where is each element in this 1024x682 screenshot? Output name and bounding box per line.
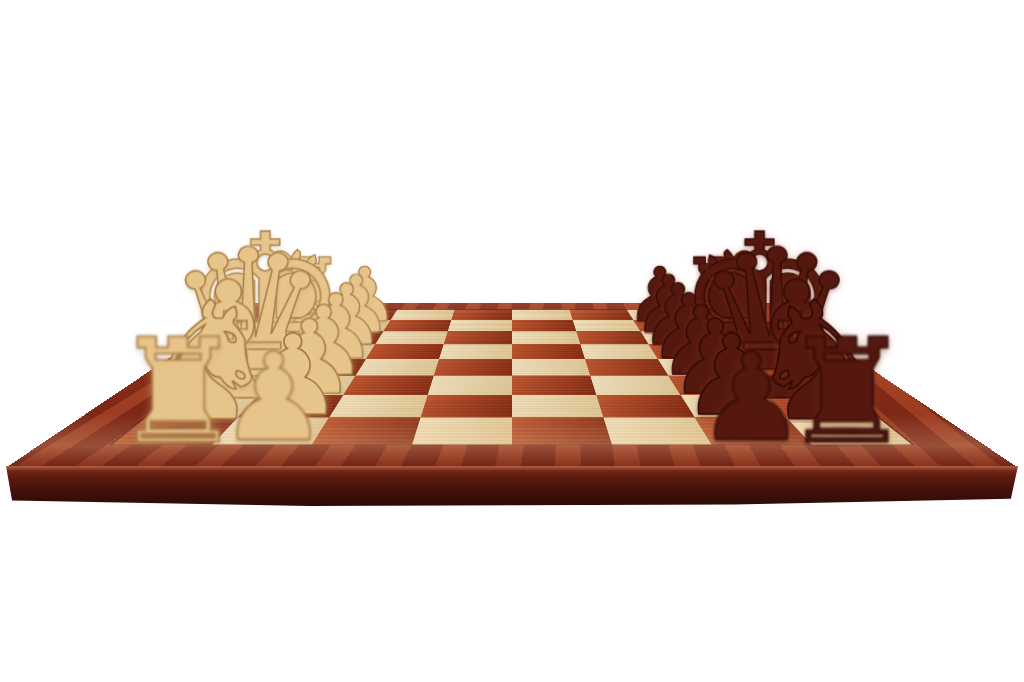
piece-red-rook-a8: ♜ bbox=[781, 319, 911, 464]
square-a2: ♟ bbox=[212, 418, 329, 445]
square-g3 bbox=[383, 320, 451, 331]
square-c3 bbox=[343, 376, 433, 395]
square-d6 bbox=[585, 359, 669, 376]
square-h6 bbox=[569, 310, 633, 320]
chess-board: ♜♟♟♜♞♟♟♞♝♟♟♝♚♟♟♚♛♟♟♛♝♟♟♝♞♟♟♞♜♟♟♜ bbox=[7, 303, 1017, 467]
square-b6 bbox=[596, 395, 695, 418]
square-b5 bbox=[512, 395, 603, 418]
square-b3 bbox=[329, 395, 428, 418]
square-e3 bbox=[366, 344, 444, 359]
perspective-viewport: ♜♟♟♜♞♟♟♞♝♟♟♝♚♟♟♚♛♟♟♛♝♟♟♝♞♟♟♞♜♟♟♜ bbox=[0, 0, 1024, 682]
square-h5 bbox=[512, 310, 573, 320]
square-h4 bbox=[451, 310, 512, 320]
square-g5 bbox=[512, 320, 576, 331]
square-f5 bbox=[512, 331, 580, 344]
square-c4 bbox=[428, 376, 512, 395]
square-d5 bbox=[512, 359, 590, 376]
square-g4 bbox=[448, 320, 512, 331]
square-e6 bbox=[580, 344, 658, 359]
square-f3 bbox=[375, 331, 447, 344]
square-a5 bbox=[512, 418, 612, 445]
square-c6 bbox=[590, 376, 680, 395]
board-front-edge bbox=[6, 466, 1018, 506]
board-squares: ♜♟♟♜♞♟♟♞♝♟♟♝♚♟♟♚♛♟♟♛♝♟♟♝♞♟♟♞♜♟♟♜ bbox=[112, 310, 911, 445]
square-a3 bbox=[312, 418, 420, 445]
square-a6 bbox=[603, 418, 711, 445]
chess-set-photo: ♜♟♟♜♞♟♟♞♝♟♟♝♚♟♟♚♛♟♟♛♝♟♟♝♞♟♟♞♜♟♟♜ bbox=[0, 0, 1024, 682]
square-b4 bbox=[421, 395, 512, 418]
piece-white-pawn-a2: ♟ bbox=[219, 337, 328, 458]
square-f4 bbox=[444, 331, 512, 344]
square-e5 bbox=[512, 344, 585, 359]
square-e4 bbox=[439, 344, 512, 359]
square-f6 bbox=[576, 331, 648, 344]
square-d3 bbox=[356, 359, 440, 376]
square-d4 bbox=[434, 359, 512, 376]
square-h3 bbox=[391, 310, 455, 320]
square-g6 bbox=[573, 320, 641, 331]
square-a4 bbox=[412, 418, 512, 445]
square-c5 bbox=[512, 376, 596, 395]
